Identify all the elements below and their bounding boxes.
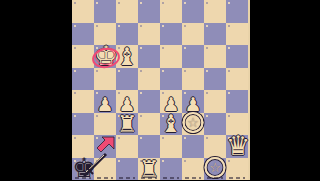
letterbox-right <box>250 0 320 180</box>
square-g2[interactable] <box>204 135 226 158</box>
square-d1[interactable]: ♜ <box>138 158 160 181</box>
white-pawn-icon[interactable]: ♟ <box>182 95 204 114</box>
square-c7[interactable] <box>116 23 138 46</box>
square-g7[interactable] <box>204 23 226 46</box>
square-d2[interactable] <box>138 135 160 158</box>
square-f5[interactable] <box>182 68 204 91</box>
black-king-icon[interactable]: ♚ <box>72 154 94 180</box>
square-b1[interactable] <box>94 158 116 181</box>
square-a8[interactable] <box>72 0 94 23</box>
square-b2[interactable] <box>94 135 116 158</box>
square-h4[interactable] <box>226 90 248 113</box>
square-h5[interactable] <box>226 68 248 91</box>
square-b6[interactable]: ♚ <box>94 45 116 68</box>
square-d7[interactable] <box>138 23 160 46</box>
square-f4[interactable]: ♟ <box>182 90 204 113</box>
square-f8[interactable] <box>182 0 204 23</box>
square-h1[interactable] <box>226 158 248 181</box>
square-e8[interactable] <box>160 0 182 23</box>
square-b8[interactable] <box>94 0 116 23</box>
pentacle-token-icon[interactable]: ☆ <box>183 112 204 133</box>
square-h8[interactable] <box>226 0 248 23</box>
square-b4[interactable]: ♟ <box>94 90 116 113</box>
square-g4[interactable] <box>204 90 226 113</box>
square-f3[interactable]: ☆ <box>182 113 204 136</box>
square-e7[interactable] <box>160 23 182 46</box>
square-h2[interactable]: ♛ <box>226 135 248 158</box>
white-bishop-icon[interactable]: ♝ <box>116 45 138 69</box>
square-g5[interactable] <box>204 68 226 91</box>
pentagram-star-icon: ☆ <box>187 116 199 129</box>
square-a6[interactable] <box>72 45 94 68</box>
square-d4[interactable] <box>138 90 160 113</box>
square-f7[interactable] <box>182 23 204 46</box>
square-f1[interactable] <box>182 158 204 181</box>
white-queen-icon[interactable]: ♛ <box>226 132 248 159</box>
board: ♚♝♟♟♟♟♜♝☆♛♚♜☆ <box>72 0 250 180</box>
square-a1[interactable]: ♚ <box>72 158 94 181</box>
square-g8[interactable] <box>204 0 226 23</box>
square-e5[interactable] <box>160 68 182 91</box>
square-a5[interactable] <box>72 68 94 91</box>
square-d6[interactable] <box>138 45 160 68</box>
white-bishop-icon[interactable]: ♝ <box>160 112 182 136</box>
square-a3[interactable] <box>72 113 94 136</box>
square-c5[interactable] <box>116 68 138 91</box>
square-g6[interactable] <box>204 45 226 68</box>
white-pawn-icon[interactable]: ♟ <box>94 95 116 114</box>
letterbox-left <box>0 0 72 180</box>
square-g1[interactable]: ☆ <box>204 158 226 181</box>
square-f6[interactable] <box>182 45 204 68</box>
square-e6[interactable] <box>160 45 182 68</box>
square-g3[interactable] <box>204 113 226 136</box>
square-d5[interactable] <box>138 68 160 91</box>
square-c4[interactable]: ♟ <box>116 90 138 113</box>
white-king-icon[interactable]: ♚ <box>94 42 116 69</box>
square-d8[interactable] <box>138 0 160 23</box>
square-b3[interactable] <box>94 113 116 136</box>
square-b5[interactable] <box>94 68 116 91</box>
square-h6[interactable] <box>226 45 248 68</box>
square-c6[interactable]: ♝ <box>116 45 138 68</box>
square-c3[interactable]: ♜ <box>116 113 138 136</box>
square-e2[interactable] <box>160 135 182 158</box>
square-d3[interactable] <box>138 113 160 136</box>
square-c2[interactable] <box>116 135 138 158</box>
square-c1[interactable] <box>116 158 138 181</box>
square-h7[interactable] <box>226 23 248 46</box>
square-c8[interactable] <box>116 0 138 23</box>
white-rook-icon[interactable]: ♜ <box>116 113 138 136</box>
square-e1[interactable] <box>160 158 182 181</box>
square-a7[interactable] <box>72 23 94 46</box>
aim-arrow-icon <box>95 136 115 156</box>
pentagram-star-icon: ☆ <box>209 161 221 174</box>
square-f2[interactable] <box>182 135 204 158</box>
pentacle-token-icon[interactable]: ☆ <box>205 157 226 178</box>
square-a4[interactable] <box>72 90 94 113</box>
white-rook-icon[interactable]: ♜ <box>138 158 160 180</box>
square-e3[interactable]: ♝ <box>160 113 182 136</box>
